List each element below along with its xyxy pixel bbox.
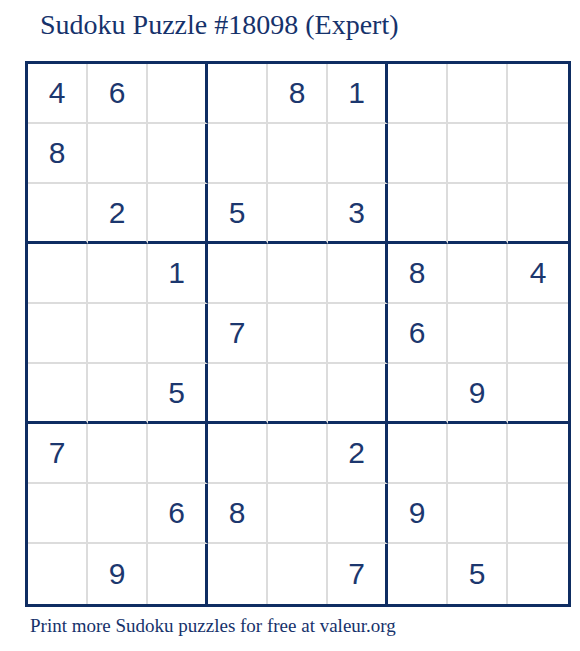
cell-r2c8[interactable] (448, 124, 508, 184)
cell-r5c4: 7 (208, 304, 268, 364)
cell-r6c8: 9 (448, 364, 508, 424)
cell-r4c6[interactable] (328, 244, 388, 304)
cell-r6c7[interactable] (388, 364, 448, 424)
cell-r3c8[interactable] (448, 184, 508, 244)
cell-r3c5[interactable] (268, 184, 328, 244)
cell-r8c6[interactable] (328, 484, 388, 544)
cell-r5c2[interactable] (88, 304, 148, 364)
cell-r7c7[interactable] (388, 424, 448, 484)
cell-r1c1: 4 (28, 64, 88, 124)
cell-r8c2[interactable] (88, 484, 148, 544)
cell-r6c4[interactable] (208, 364, 268, 424)
cell-r9c2: 9 (88, 544, 148, 604)
cell-r4c8[interactable] (448, 244, 508, 304)
cell-r5c7: 6 (388, 304, 448, 364)
cell-r9c7[interactable] (388, 544, 448, 604)
cell-r1c6: 1 (328, 64, 388, 124)
cell-r4c1[interactable] (28, 244, 88, 304)
cell-r6c5[interactable] (268, 364, 328, 424)
cell-r7c1: 7 (28, 424, 88, 484)
cell-r8c7: 9 (388, 484, 448, 544)
cell-r4c7: 8 (388, 244, 448, 304)
cell-r5c8[interactable] (448, 304, 508, 364)
cell-r9c4[interactable] (208, 544, 268, 604)
sudoku-grid: 46818253184765972689975 (25, 61, 571, 607)
cell-r5c5[interactable] (268, 304, 328, 364)
cell-r9c1[interactable] (28, 544, 88, 604)
cell-r1c4[interactable] (208, 64, 268, 124)
cell-r2c5[interactable] (268, 124, 328, 184)
cell-r9c5[interactable] (268, 544, 328, 604)
cell-r2c9[interactable] (508, 124, 568, 184)
cell-r4c9: 4 (508, 244, 568, 304)
cell-r6c3: 5 (148, 364, 208, 424)
cell-r7c5[interactable] (268, 424, 328, 484)
cell-r1c5: 8 (268, 64, 328, 124)
cell-r7c6: 2 (328, 424, 388, 484)
cell-r2c3[interactable] (148, 124, 208, 184)
cell-r3c3[interactable] (148, 184, 208, 244)
cell-r3c4: 5 (208, 184, 268, 244)
cell-r9c3[interactable] (148, 544, 208, 604)
cell-r2c2[interactable] (88, 124, 148, 184)
cell-r5c3[interactable] (148, 304, 208, 364)
cell-r1c7[interactable] (388, 64, 448, 124)
cell-r3c7[interactable] (388, 184, 448, 244)
cell-r3c2: 2 (88, 184, 148, 244)
cell-r6c6[interactable] (328, 364, 388, 424)
cell-r9c8: 5 (448, 544, 508, 604)
sudoku-page: Sudoku Puzzle #18098 (Expert) 4681825318… (0, 0, 580, 651)
cell-r4c5[interactable] (268, 244, 328, 304)
cell-r2c4[interactable] (208, 124, 268, 184)
cell-r8c8[interactable] (448, 484, 508, 544)
cell-r5c9[interactable] (508, 304, 568, 364)
footer-note: Print more Sudoku puzzles for free at va… (30, 615, 396, 637)
cell-r1c3[interactable] (148, 64, 208, 124)
cell-r8c5[interactable] (268, 484, 328, 544)
cell-r3c6: 3 (328, 184, 388, 244)
cell-r1c2: 6 (88, 64, 148, 124)
cell-r2c1: 8 (28, 124, 88, 184)
cell-r4c3: 1 (148, 244, 208, 304)
cell-r7c2[interactable] (88, 424, 148, 484)
cell-r4c4[interactable] (208, 244, 268, 304)
cell-r8c1[interactable] (28, 484, 88, 544)
cell-r3c1[interactable] (28, 184, 88, 244)
cell-r7c3[interactable] (148, 424, 208, 484)
cell-r6c2[interactable] (88, 364, 148, 424)
cell-r7c4[interactable] (208, 424, 268, 484)
cell-r2c7[interactable] (388, 124, 448, 184)
cell-r6c9[interactable] (508, 364, 568, 424)
cell-r5c1[interactable] (28, 304, 88, 364)
cell-r4c2[interactable] (88, 244, 148, 304)
cell-r5c6[interactable] (328, 304, 388, 364)
cell-r9c6: 7 (328, 544, 388, 604)
cell-r6c1[interactable] (28, 364, 88, 424)
page-title: Sudoku Puzzle #18098 (Expert) (40, 9, 399, 41)
cell-r8c4: 8 (208, 484, 268, 544)
cell-r8c9[interactable] (508, 484, 568, 544)
cell-r1c9[interactable] (508, 64, 568, 124)
cell-r7c9[interactable] (508, 424, 568, 484)
cell-r8c3: 6 (148, 484, 208, 544)
cell-r1c8[interactable] (448, 64, 508, 124)
cell-r9c9[interactable] (508, 544, 568, 604)
cell-r7c8[interactable] (448, 424, 508, 484)
cell-r2c6[interactable] (328, 124, 388, 184)
cell-r3c9[interactable] (508, 184, 568, 244)
